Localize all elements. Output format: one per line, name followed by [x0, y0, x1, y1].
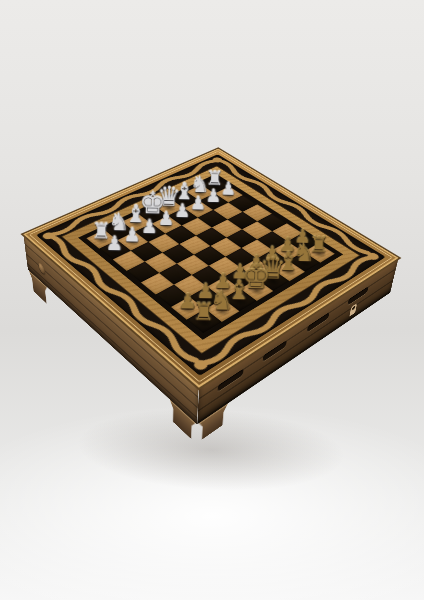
pierced-slot	[218, 369, 244, 392]
pierced-slot	[348, 286, 369, 305]
drawer-knob[interactable]	[38, 261, 45, 275]
piece-white-pawn[interactable]: ♟	[98, 234, 131, 254]
pierced-slot	[307, 312, 330, 333]
bracket-foot	[29, 270, 49, 306]
piece-black-rook[interactable]: ♜	[185, 300, 221, 325]
bracket-foot	[198, 403, 228, 442]
chess-box: ♜♟♟♜♞♟♟♞♝♟♟♝♛♟♟♛♚♟♟♚♝♟♟♝♞♟♟♞♜♟♟♜	[23, 149, 398, 388]
bracket-foot	[170, 400, 196, 443]
studio-background: ♜♟♟♜♞♟♟♞♝♟♟♝♛♟♟♛♚♟♟♚♝♟♟♝♞♟♟♞♜♟♟♜	[0, 0, 424, 600]
keyhole	[349, 303, 357, 317]
camera-roll-wrapper: ♜♟♟♜♞♟♟♞♝♟♟♝♛♟♟♛♚♟♟♚♝♟♟♝♞♟♟♞♜♟♟♜	[0, 0, 424, 600]
board-top: ♜♟♟♜♞♟♟♞♝♟♟♝♛♟♟♛♚♟♟♚♝♟♟♝♞♟♟♞♜♟♟♜	[23, 149, 398, 388]
pierced-slot	[263, 340, 287, 362]
